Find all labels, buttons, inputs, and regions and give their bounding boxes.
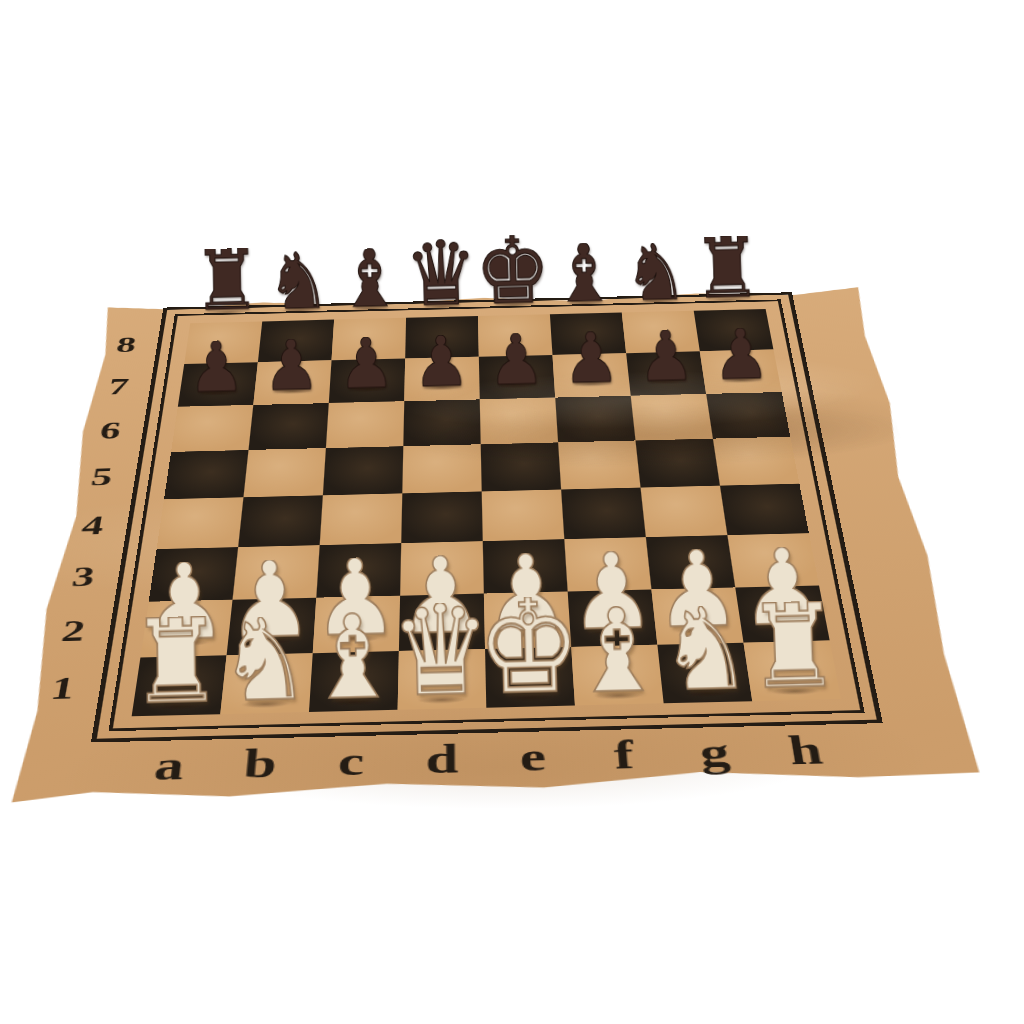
piece-white-bishop[interactable]: ♝: [569, 605, 665, 697]
square-b6[interactable]: [249, 403, 329, 450]
piece-black-pawn[interactable]: ♟: [412, 334, 470, 390]
board-frame-inner: ♜♞♝♛♚♝♞♜♟♟♟♟♟♟♟♟♟♟♟♟♟♟♟♟♜♞♝♛♚♝♞♜: [108, 299, 864, 731]
file-label-b: b: [211, 743, 307, 800]
square-c7[interactable]: ♟: [329, 359, 405, 404]
file-label-f: f: [577, 734, 673, 791]
piece-black-pawn[interactable]: ♟: [562, 331, 620, 387]
piece-white-knight[interactable]: ♞: [658, 604, 752, 695]
piece-black-queen[interactable]: ♛: [404, 238, 478, 309]
piece-black-knight[interactable]: ♞: [623, 242, 688, 304]
file-label-h: h: [757, 729, 857, 785]
piece-white-rook[interactable]: ♜: [745, 600, 842, 692]
file-label-c: c: [304, 740, 397, 797]
piece-black-king[interactable]: ♚: [474, 234, 552, 308]
piece-black-pawn[interactable]: ♟: [712, 327, 771, 383]
chess-board: ♜♞♝♛♚♝♞♜♟♟♟♟♟♟♟♟♟♟♟♟♟♟♟♟♜♞♝♛♚♝♞♜: [132, 309, 841, 716]
piece-white-rook[interactable]: ♜: [129, 615, 224, 707]
square-h5[interactable]: [713, 437, 799, 486]
rank-label-6: 6: [73, 408, 147, 455]
square-e6[interactable]: [480, 398, 558, 445]
piece-black-bishop[interactable]: ♝: [337, 247, 403, 310]
piece-black-pawn[interactable]: ♟: [338, 336, 396, 392]
rank-label-7: 7: [82, 365, 154, 409]
square-d5[interactable]: [402, 444, 481, 493]
square-e7[interactable]: ♟: [479, 355, 555, 399]
rank-label-5: 5: [64, 453, 140, 502]
square-c5[interactable]: [323, 446, 403, 495]
square-b5[interactable]: [243, 448, 325, 497]
piece-black-knight[interactable]: ♞: [266, 251, 330, 313]
square-f1[interactable]: ♝: [571, 645, 663, 706]
file-label-e: e: [487, 736, 580, 793]
square-d6[interactable]: [403, 399, 480, 446]
piece-white-knight[interactable]: ♞: [218, 615, 311, 706]
square-a6[interactable]: [171, 405, 253, 452]
square-g1[interactable]: ♞: [657, 643, 752, 704]
square-a5[interactable]: [164, 450, 248, 499]
square-e5[interactable]: [481, 442, 561, 491]
rank-label-4: 4: [53, 500, 131, 552]
square-b7[interactable]: ♟: [253, 360, 331, 405]
piece-black-bishop[interactable]: ♝: [551, 242, 618, 305]
chess-mat: 8 7 6 5 4 3 2 1 ♜♞♝♛♚♝♞♜♟♟♟♟♟♟♟♟♟♟♟♟♟♟♟♟…: [2, 284, 987, 805]
perspective-scene: 8 7 6 5 4 3 2 1 ♜♞♝♛♚♝♞♜♟♟♟♟♟♟♟♟♟♟♟♟♟♟♟♟…: [117, 163, 859, 857]
square-h6[interactable]: [706, 392, 790, 439]
rank-label-3: 3: [43, 550, 123, 604]
piece-black-pawn[interactable]: ♟: [263, 338, 321, 394]
square-f7[interactable]: ♟: [552, 353, 630, 397]
rank-label-1: 1: [20, 658, 105, 719]
square-a1[interactable]: ♜: [132, 655, 227, 716]
file-label-d: d: [396, 738, 488, 795]
piece-black-rook[interactable]: ♜: [692, 236, 762, 302]
square-d1[interactable]: ♛: [398, 649, 487, 710]
piece-white-bishop[interactable]: ♝: [305, 611, 400, 703]
square-a7[interactable]: ♟: [178, 362, 258, 407]
piece-black-pawn[interactable]: ♟: [487, 332, 545, 388]
square-g6[interactable]: [631, 394, 713, 441]
piece-black-rook[interactable]: ♜: [192, 248, 261, 314]
photo-tilt-wrapper: 8 7 6 5 4 3 2 1 ♜♞♝♛♚♝♞♜♟♟♟♟♟♟♟♟♟♟♟♟♟♟♟♟…: [117, 163, 859, 857]
square-g7[interactable]: ♟: [626, 351, 706, 395]
rank-label-2: 2: [31, 603, 114, 660]
board-zone: ♜♞♝♛♚♝♞♜♟♟♟♟♟♟♟♟♟♟♟♟♟♟♟♟♜♞♝♛♚♝♞♜: [91, 292, 883, 742]
square-c1[interactable]: ♝: [309, 651, 399, 712]
square-f5[interactable]: [558, 440, 640, 489]
square-d7[interactable]: ♟: [404, 357, 479, 402]
file-label-g: g: [667, 732, 765, 788]
file-label-a: a: [119, 745, 217, 802]
square-e1[interactable]: ♚: [485, 647, 575, 708]
piece-black-pawn[interactable]: ♟: [188, 340, 246, 396]
square-b1[interactable]: ♞: [220, 653, 312, 714]
square-f6[interactable]: [555, 396, 635, 443]
piece-white-king[interactable]: ♚: [475, 596, 582, 700]
square-h1[interactable]: ♜: [744, 641, 841, 702]
square-g5[interactable]: [635, 439, 719, 488]
board-frame: ♜♞♝♛♚♝♞♜♟♟♟♟♟♟♟♟♟♟♟♟♟♟♟♟♜♞♝♛♚♝♞♜: [91, 292, 883, 742]
square-h7[interactable]: ♟: [700, 350, 782, 394]
rank-label-8: 8: [91, 324, 161, 366]
square-c6[interactable]: [326, 401, 404, 448]
piece-black-pawn[interactable]: ♟: [637, 329, 695, 385]
